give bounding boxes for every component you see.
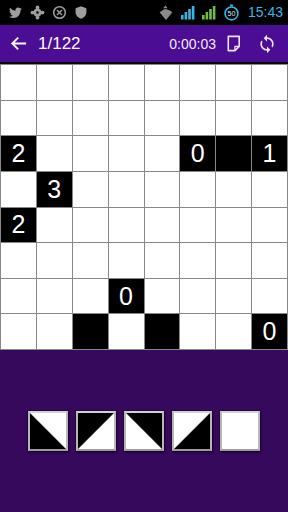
cell-r5c5[interactable] — [145, 208, 180, 243]
tool-blank[interactable] — [220, 411, 260, 451]
cell-r1c2[interactable] — [37, 65, 72, 100]
tool-triangle-lower-left[interactable] — [28, 411, 68, 451]
status-bar-right-icons: 50 15:43 — [158, 0, 285, 25]
cell-r5c6[interactable] — [180, 208, 215, 243]
cell-r6c4[interactable] — [109, 243, 144, 278]
cell-r4c7[interactable] — [216, 172, 251, 207]
cell-r6c5[interactable] — [145, 243, 180, 278]
cell-r4c8[interactable] — [252, 172, 287, 207]
cell-r2c3[interactable] — [73, 101, 108, 136]
cell-r2c5[interactable] — [145, 101, 180, 136]
puzzle-counter: 1/122 — [38, 34, 81, 54]
tool-triangle-upper-right[interactable] — [124, 411, 164, 451]
tool-triangle-lower-right[interactable] — [172, 411, 212, 451]
cell-r3c7 — [216, 136, 251, 171]
cell-r4c4[interactable] — [109, 172, 144, 207]
timer-text: 0:00:03 — [169, 36, 216, 52]
cell-r8c3 — [73, 314, 108, 349]
cell-r5c4[interactable] — [109, 208, 144, 243]
shield-icon — [74, 5, 88, 20]
page-icon — [224, 34, 243, 53]
cell-r6c3[interactable] — [73, 243, 108, 278]
palette — [0, 350, 288, 512]
cell-r3c4[interactable] — [109, 136, 144, 171]
clock-text: 15:43 — [247, 0, 285, 25]
cell-r3c5[interactable] — [145, 136, 180, 171]
bug-icon — [30, 5, 45, 20]
app-screen: 50 15:43 1/122 0:00:03 2013200 — [0, 0, 288, 512]
back-arrow-icon — [9, 34, 28, 53]
cell-r3c1: 2 — [1, 136, 36, 171]
refresh-icon — [257, 34, 277, 54]
cell-r3c8: 1 — [252, 136, 287, 171]
cell-r8c2[interactable] — [37, 314, 72, 349]
circle-x-icon — [52, 5, 67, 20]
cell-r6c1[interactable] — [1, 243, 36, 278]
cell-r5c8[interactable] — [252, 208, 287, 243]
cell-r2c1[interactable] — [1, 101, 36, 136]
cell-r2c2[interactable] — [37, 101, 72, 136]
triangle-upper-right-icon — [126, 413, 162, 449]
cell-r1c8[interactable] — [252, 65, 287, 100]
twitter-icon — [8, 5, 23, 20]
cell-r5c3[interactable] — [73, 208, 108, 243]
cell-r3c2[interactable] — [37, 136, 72, 171]
cell-r7c5[interactable] — [145, 279, 180, 314]
cell-r8c8: 0 — [252, 314, 287, 349]
wifi-activity-icon — [158, 5, 174, 21]
cell-r1c3[interactable] — [73, 65, 108, 100]
cell-r4c6[interactable] — [180, 172, 215, 207]
status-bar-left-icons — [3, 5, 88, 20]
cell-r8c6[interactable] — [180, 314, 215, 349]
cell-r2c7[interactable] — [216, 101, 251, 136]
cell-r4c2: 3 — [37, 172, 72, 207]
cell-r4c5[interactable] — [145, 172, 180, 207]
cell-r1c6[interactable] — [180, 65, 215, 100]
app-bar: 1/122 0:00:03 — [0, 25, 288, 62]
status-bar: 50 15:43 — [0, 0, 288, 25]
cell-r6c8[interactable] — [252, 243, 287, 278]
cell-r8c7[interactable] — [216, 314, 251, 349]
battery-level-text: 50 — [228, 10, 236, 18]
cell-r7c8[interactable] — [252, 279, 287, 314]
triangle-lower-left-icon — [30, 413, 66, 449]
cell-r6c7[interactable] — [216, 243, 251, 278]
cell-r7c2[interactable] — [37, 279, 72, 314]
cell-signal-blue-icon — [181, 5, 195, 20]
cell-r8c5 — [145, 314, 180, 349]
cell-r7c3[interactable] — [73, 279, 108, 314]
triangle-lower-right-icon — [174, 413, 210, 449]
cell-r1c7[interactable] — [216, 65, 251, 100]
cell-r5c2[interactable] — [37, 208, 72, 243]
cell-signal-green-icon — [202, 5, 216, 20]
restart-button[interactable] — [250, 25, 284, 62]
cell-r7c6[interactable] — [180, 279, 215, 314]
cell-r1c4[interactable] — [109, 65, 144, 100]
cell-r7c7[interactable] — [216, 279, 251, 314]
cell-r2c8[interactable] — [252, 101, 287, 136]
cell-r2c6[interactable] — [180, 101, 215, 136]
cell-r8c4[interactable] — [109, 314, 144, 349]
cell-r8c1[interactable] — [1, 314, 36, 349]
cell-r1c1[interactable] — [1, 65, 36, 100]
triangle-upper-left-icon — [78, 413, 114, 449]
cell-r5c7[interactable] — [216, 208, 251, 243]
puzzle-grid: 2013200 — [0, 64, 288, 350]
cell-r1c5[interactable] — [145, 65, 180, 100]
cell-r2c4[interactable] — [109, 101, 144, 136]
cell-r6c2[interactable] — [37, 243, 72, 278]
tool-triangle-upper-left[interactable] — [76, 411, 116, 451]
cell-r7c4: 0 — [109, 279, 144, 314]
battery-circle-icon: 50 — [223, 4, 240, 21]
cell-r4c1[interactable] — [1, 172, 36, 207]
cell-r3c3[interactable] — [73, 136, 108, 171]
cell-r3c6: 0 — [180, 136, 215, 171]
cell-r7c1[interactable] — [1, 279, 36, 314]
cell-r4c3[interactable] — [73, 172, 108, 207]
cell-r5c1: 2 — [1, 208, 36, 243]
notes-button[interactable] — [216, 25, 250, 62]
back-button[interactable] — [0, 25, 36, 62]
cell-r6c6[interactable] — [180, 243, 215, 278]
